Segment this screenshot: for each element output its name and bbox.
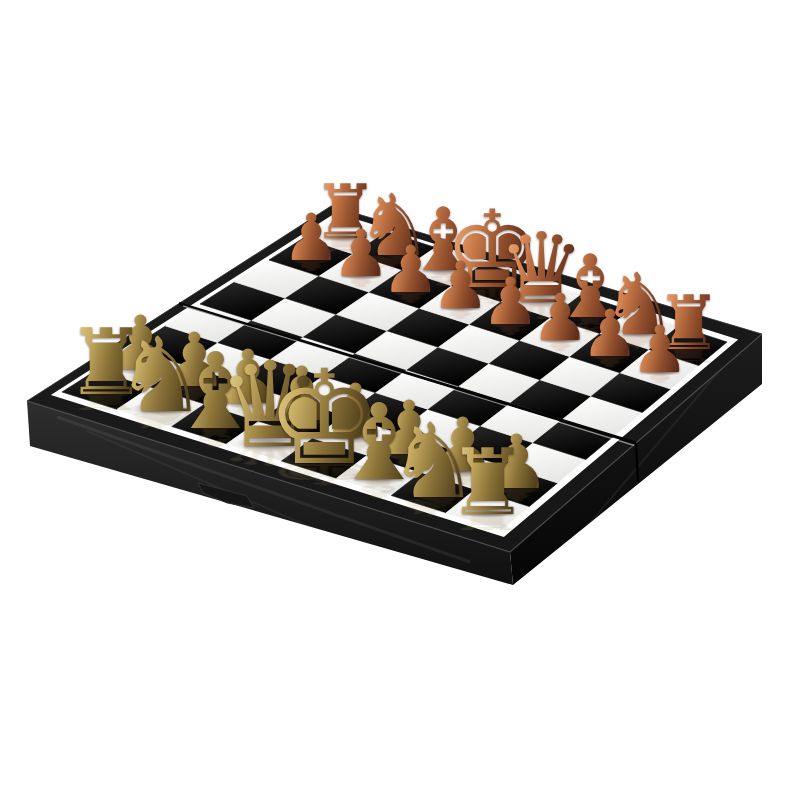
piece-copper-pawn[interactable]: ♟ xyxy=(631,317,689,382)
piece-brass-rook[interactable]: ♜ xyxy=(447,437,529,528)
chess-set-photo: ♜♜♞♞♝♝♚♚♛♛♝♝♞♞♜♜♟♟♟♟♟♟♟♟♟♟♟♟♟♟♟♟♟♟♟♟♟♟♟♟… xyxy=(0,0,800,800)
